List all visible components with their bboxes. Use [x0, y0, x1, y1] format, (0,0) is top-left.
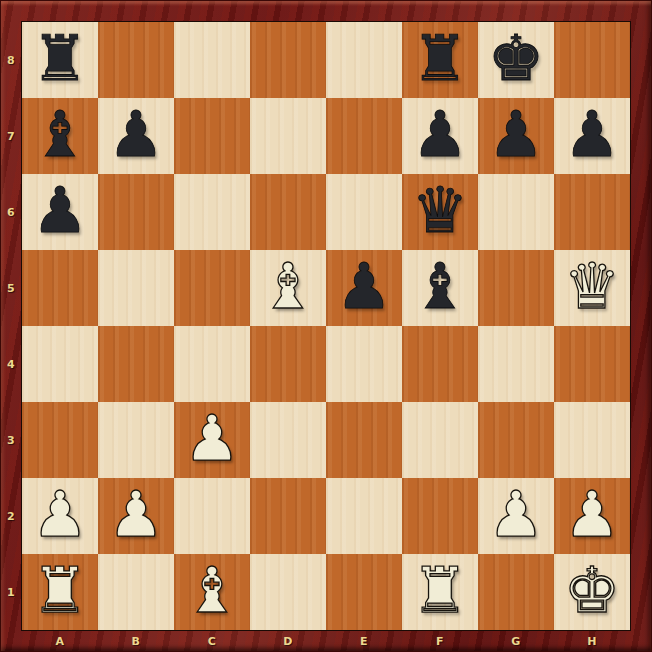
square-b6[interactable] — [98, 174, 174, 250]
square-h5[interactable]: ♛ — [554, 250, 630, 326]
square-e7[interactable] — [326, 98, 402, 174]
file-label-b: B — [132, 635, 141, 648]
square-b7[interactable]: ♟ — [98, 98, 174, 174]
piece-white-rook-a1[interactable]: ♜ — [32, 559, 88, 622]
square-h1[interactable]: ♚ — [554, 554, 630, 630]
square-a7[interactable]: ♝ — [22, 98, 98, 174]
square-c5[interactable] — [174, 250, 250, 326]
piece-black-bishop-f5[interactable]: ♝ — [412, 255, 468, 318]
square-g7[interactable]: ♟ — [478, 98, 554, 174]
rank-label-8: 8 — [7, 54, 15, 67]
piece-white-bishop-d5[interactable]: ♝ — [260, 255, 316, 318]
square-h6[interactable] — [554, 174, 630, 250]
rank-label-3: 3 — [7, 434, 15, 447]
square-g8[interactable]: ♚ — [478, 22, 554, 98]
piece-black-bishop-a7[interactable]: ♝ — [32, 103, 88, 166]
rank-label-4: 4 — [7, 358, 15, 371]
square-h4[interactable] — [554, 326, 630, 402]
file-labels: ABCDEFGH — [22, 630, 630, 652]
square-a5[interactable] — [22, 250, 98, 326]
square-g6[interactable] — [478, 174, 554, 250]
rank-labels: 87654321 — [1, 22, 21, 630]
square-h3[interactable] — [554, 402, 630, 478]
piece-white-bishop-c1[interactable]: ♝ — [184, 559, 240, 622]
square-f8[interactable]: ♜ — [402, 22, 478, 98]
square-g1[interactable] — [478, 554, 554, 630]
piece-black-pawn-g7[interactable]: ♟ — [488, 103, 544, 166]
piece-white-pawn-b2[interactable]: ♟ — [108, 483, 164, 546]
board-frame: 87654321 ABCDEFGH ♜♜♚♝♟♟♟♟♟♛♝♟♝♛♟♟♟♟♟♜♝♜… — [0, 0, 652, 652]
square-e5[interactable]: ♟ — [326, 250, 402, 326]
chess-board: ♜♜♚♝♟♟♟♟♟♛♝♟♝♛♟♟♟♟♟♜♝♜♚ — [21, 21, 631, 631]
piece-white-pawn-c3[interactable]: ♟ — [184, 407, 240, 470]
square-c7[interactable] — [174, 98, 250, 174]
piece-black-pawn-h7[interactable]: ♟ — [564, 103, 620, 166]
piece-black-queen-f6[interactable]: ♛ — [412, 179, 468, 242]
square-c3[interactable]: ♟ — [174, 402, 250, 478]
file-label-c: C — [208, 635, 217, 648]
square-b5[interactable] — [98, 250, 174, 326]
rank-label-1: 1 — [7, 586, 15, 599]
square-h8[interactable] — [554, 22, 630, 98]
square-g5[interactable] — [478, 250, 554, 326]
square-d6[interactable] — [250, 174, 326, 250]
square-b1[interactable] — [98, 554, 174, 630]
square-a4[interactable] — [22, 326, 98, 402]
square-e3[interactable] — [326, 402, 402, 478]
piece-black-pawn-a6[interactable]: ♟ — [32, 179, 88, 242]
piece-white-pawn-g2[interactable]: ♟ — [488, 483, 544, 546]
square-b2[interactable]: ♟ — [98, 478, 174, 554]
square-b3[interactable] — [98, 402, 174, 478]
square-h7[interactable]: ♟ — [554, 98, 630, 174]
square-d2[interactable] — [250, 478, 326, 554]
square-g2[interactable]: ♟ — [478, 478, 554, 554]
square-d3[interactable] — [250, 402, 326, 478]
square-c8[interactable] — [174, 22, 250, 98]
rank-label-2: 2 — [7, 510, 15, 523]
square-f3[interactable] — [402, 402, 478, 478]
piece-black-pawn-e5[interactable]: ♟ — [336, 255, 392, 318]
file-label-f: F — [436, 635, 444, 648]
piece-white-king-h1[interactable]: ♚ — [564, 559, 620, 622]
square-a1[interactable]: ♜ — [22, 554, 98, 630]
square-c6[interactable] — [174, 174, 250, 250]
square-d7[interactable] — [250, 98, 326, 174]
piece-white-queen-h5[interactable]: ♛ — [564, 255, 620, 318]
square-a8[interactable]: ♜ — [22, 22, 98, 98]
square-b4[interactable] — [98, 326, 174, 402]
piece-black-rook-f8[interactable]: ♜ — [412, 27, 468, 90]
square-b8[interactable] — [98, 22, 174, 98]
file-label-d: D — [283, 635, 293, 648]
square-d4[interactable] — [250, 326, 326, 402]
piece-black-king-g8[interactable]: ♚ — [488, 27, 544, 90]
file-label-g: G — [511, 635, 521, 648]
file-label-a: A — [55, 635, 64, 648]
rank-label-6: 6 — [7, 206, 15, 219]
rank-label-5: 5 — [7, 282, 15, 295]
piece-black-rook-a8[interactable]: ♜ — [32, 27, 88, 90]
file-label-h: H — [587, 635, 597, 648]
square-f7[interactable]: ♟ — [402, 98, 478, 174]
piece-white-pawn-a2[interactable]: ♟ — [32, 483, 88, 546]
square-d8[interactable] — [250, 22, 326, 98]
square-a3[interactable] — [22, 402, 98, 478]
rank-label-7: 7 — [7, 130, 15, 143]
square-a2[interactable]: ♟ — [22, 478, 98, 554]
square-g4[interactable] — [478, 326, 554, 402]
square-f5[interactable]: ♝ — [402, 250, 478, 326]
piece-black-pawn-f7[interactable]: ♟ — [412, 103, 468, 166]
square-f2[interactable] — [402, 478, 478, 554]
square-h2[interactable]: ♟ — [554, 478, 630, 554]
square-c1[interactable]: ♝ — [174, 554, 250, 630]
piece-white-rook-f1[interactable]: ♜ — [412, 559, 468, 622]
square-e2[interactable] — [326, 478, 402, 554]
square-e4[interactable] — [326, 326, 402, 402]
square-f1[interactable]: ♜ — [402, 554, 478, 630]
square-c4[interactable] — [174, 326, 250, 402]
piece-black-pawn-b7[interactable]: ♟ — [108, 103, 164, 166]
square-a6[interactable]: ♟ — [22, 174, 98, 250]
square-d1[interactable] — [250, 554, 326, 630]
square-d5[interactable]: ♝ — [250, 250, 326, 326]
piece-white-pawn-h2[interactable]: ♟ — [564, 483, 620, 546]
square-e8[interactable] — [326, 22, 402, 98]
square-e1[interactable] — [326, 554, 402, 630]
square-g3[interactable] — [478, 402, 554, 478]
square-c2[interactable] — [174, 478, 250, 554]
square-f4[interactable] — [402, 326, 478, 402]
file-label-e: E — [360, 635, 368, 648]
square-f6[interactable]: ♛ — [402, 174, 478, 250]
square-e6[interactable] — [326, 174, 402, 250]
